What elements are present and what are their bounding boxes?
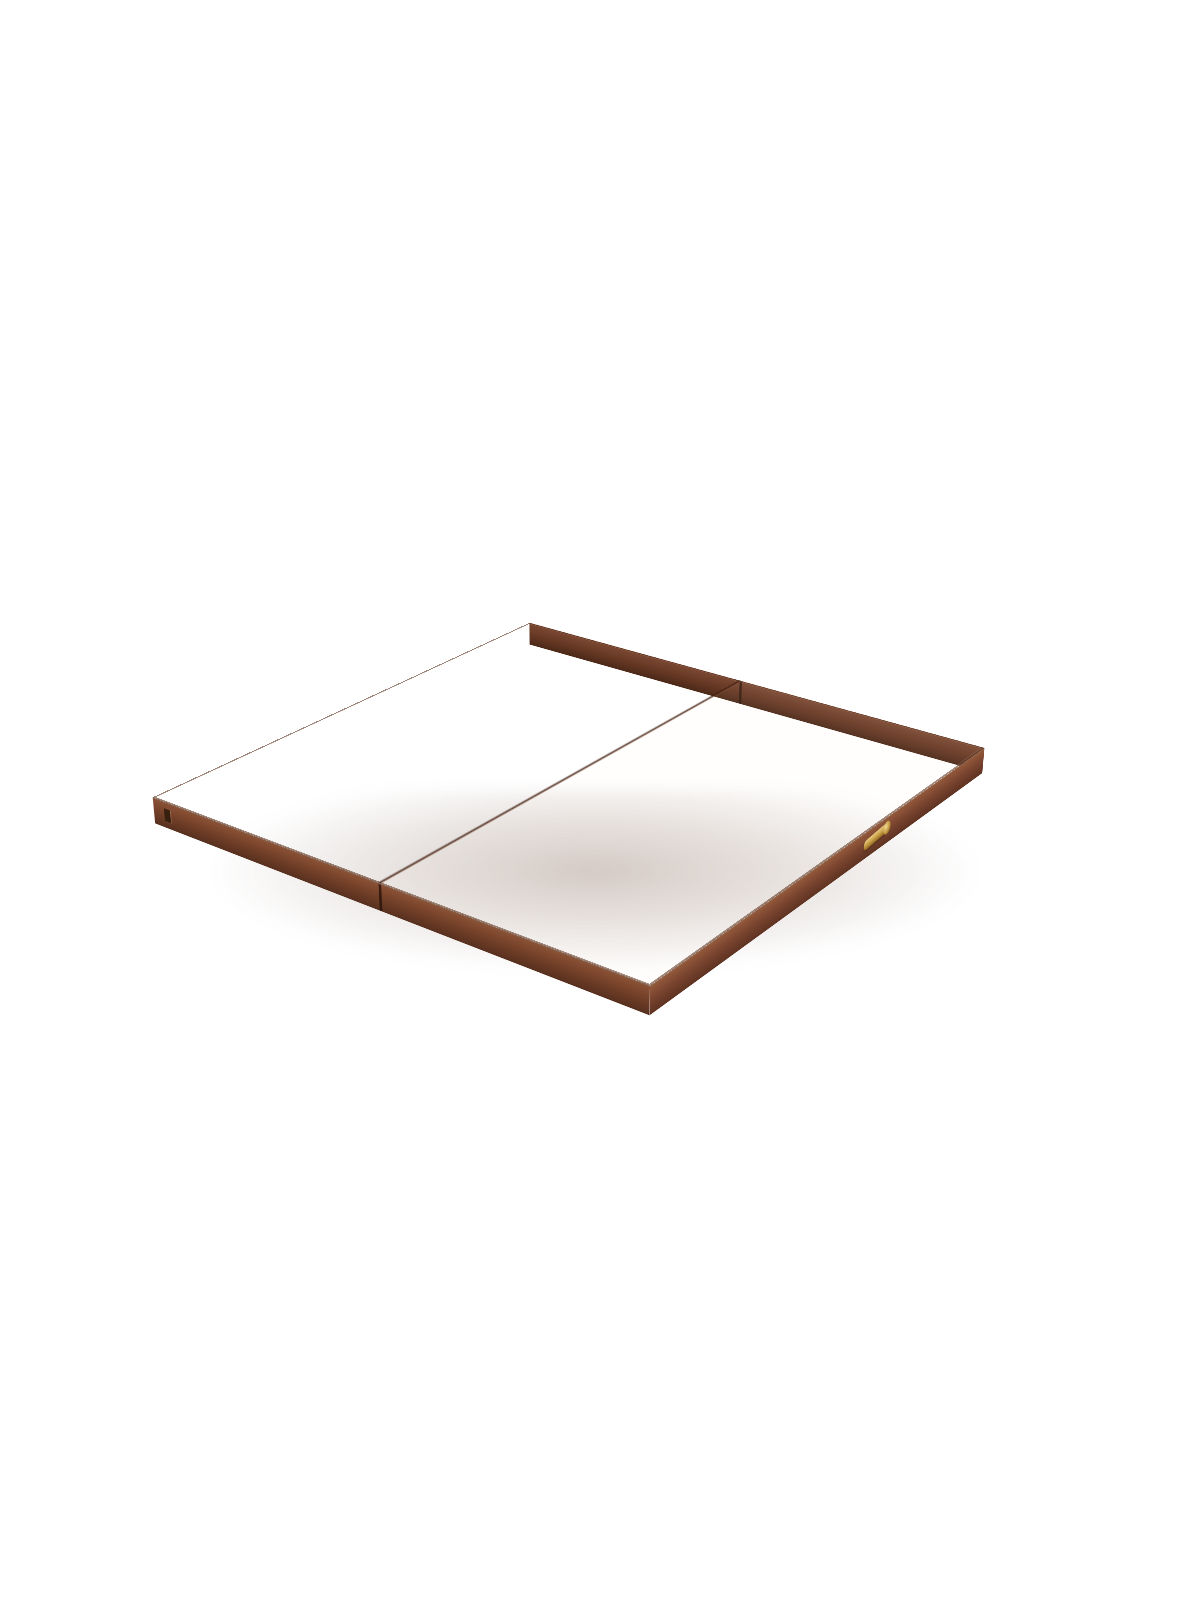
hinge-slot [164, 808, 171, 823]
product-photo [0, 0, 1200, 1600]
fold-seam-left-edge [379, 884, 383, 912]
brass-clasp-ring [883, 818, 890, 837]
